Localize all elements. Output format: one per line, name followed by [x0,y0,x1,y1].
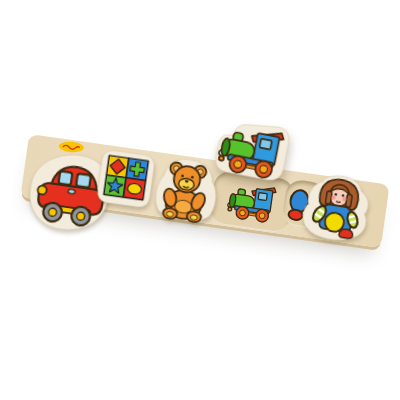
piece-doll [294,168,378,249]
puzzle-board [20,134,389,248]
product-photo [0,0,400,400]
